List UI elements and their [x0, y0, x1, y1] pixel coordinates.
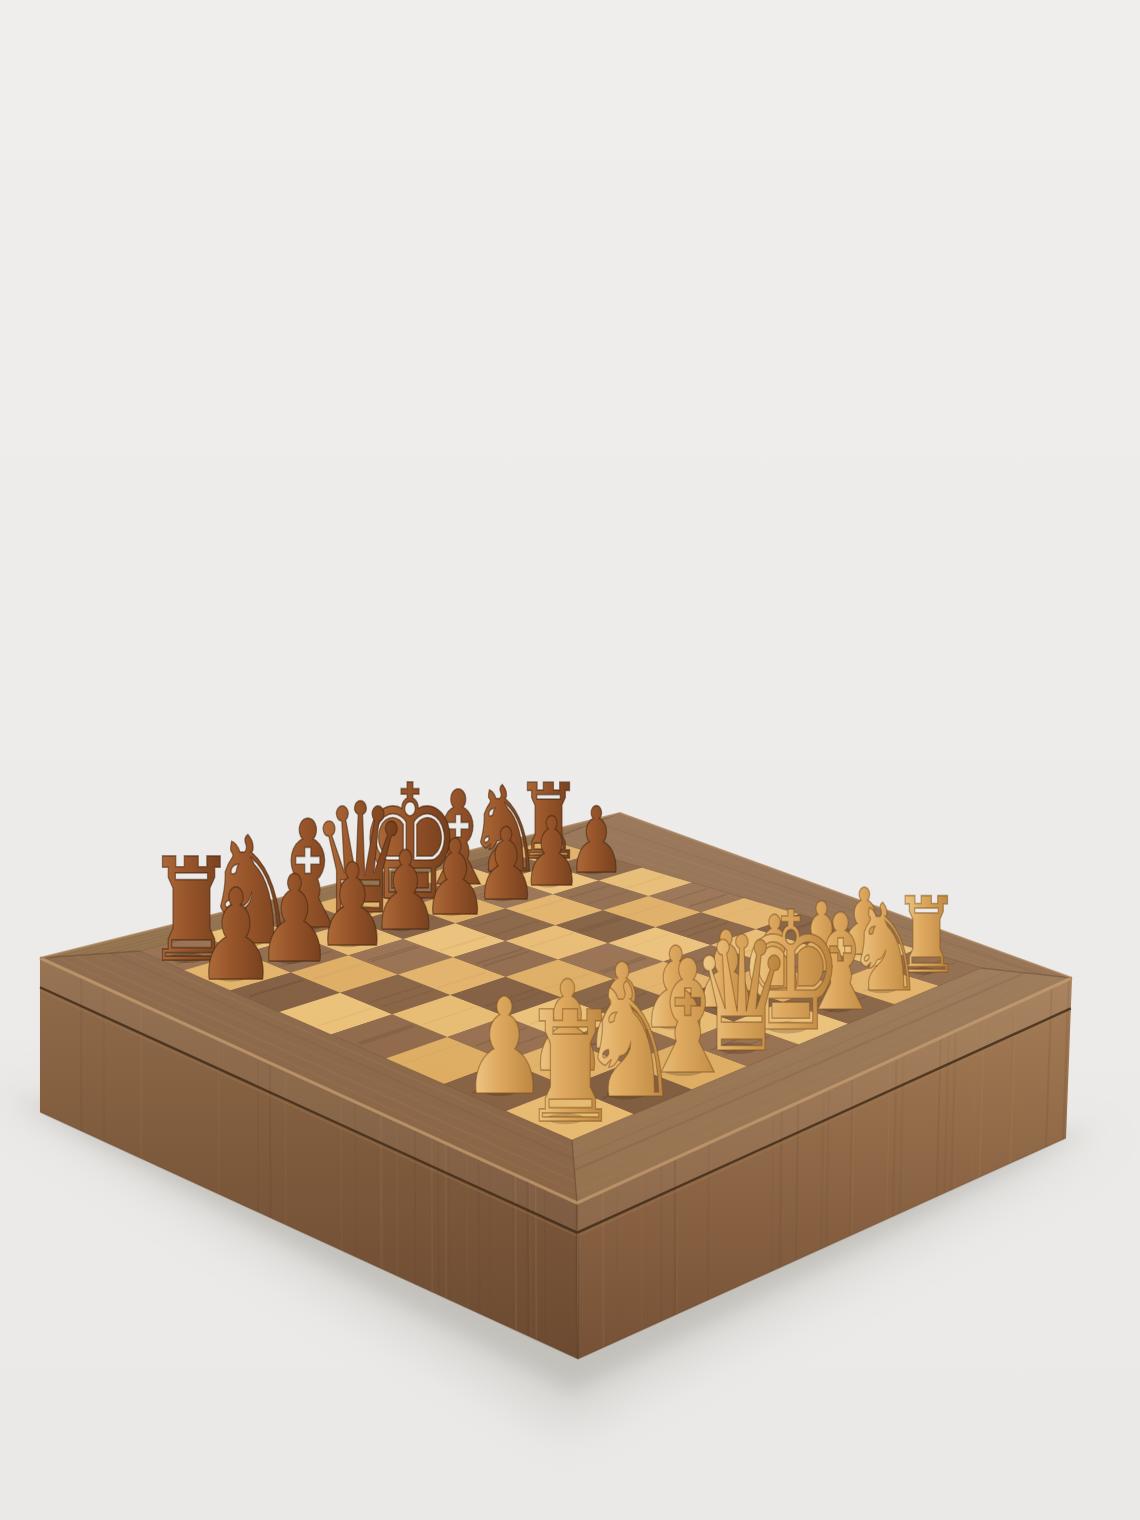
piece-light-rook-a1: ♜ — [521, 978, 620, 1157]
near-corner-edge — [577, 1203, 578, 1359]
product-photo-chess-box: ♜♞♟♝♟♚♟♛♟♝♟♞♟♟♜♟♟♜♟♟♞♟♝♟♚♟♛♟♝♟♞♜ — [0, 0, 1140, 1520]
chess-board-photo: ♜♞♟♝♟♚♟♛♟♝♟♞♟♟♜♟♟♜♟♟♞♟♝♟♚♟♛♟♝♟♞♜ — [0, 0, 1140, 1520]
piece-dark-pawn-a7: ♟ — [195, 862, 276, 1009]
